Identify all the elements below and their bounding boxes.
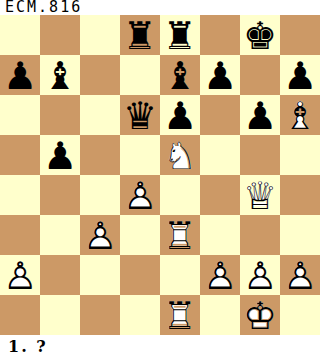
square-a3[interactable] — [0, 215, 40, 255]
piece-fill: ♝ — [160, 55, 200, 95]
piece-outline: ♕ — [240, 175, 280, 215]
white-pawn-icon[interactable]: ♟♙ — [240, 255, 280, 295]
square-c4[interactable] — [80, 175, 120, 215]
piece-outline: ♙ — [120, 175, 160, 215]
white-pawn-icon[interactable]: ♟♙ — [120, 175, 160, 215]
square-g6[interactable]: ♟ — [240, 95, 280, 135]
square-h1[interactable] — [280, 295, 320, 335]
white-pawn-icon[interactable]: ♟♙ — [80, 215, 120, 255]
black-pawn-icon[interactable]: ♟ — [240, 95, 280, 135]
square-c3[interactable]: ♟♙ — [80, 215, 120, 255]
square-e4[interactable] — [160, 175, 200, 215]
square-a4[interactable] — [0, 175, 40, 215]
square-e5[interactable]: ♞♘ — [160, 135, 200, 175]
square-e2[interactable] — [160, 255, 200, 295]
square-a6[interactable] — [0, 95, 40, 135]
square-b8[interactable] — [40, 15, 80, 55]
square-f1[interactable] — [200, 295, 240, 335]
position-title: ECM.816 — [5, 0, 82, 15]
square-d7[interactable] — [120, 55, 160, 95]
piece-outline: ♙ — [80, 215, 120, 255]
move-prompt: 1. ? — [8, 335, 48, 360]
square-e7[interactable]: ♝ — [160, 55, 200, 95]
square-d6[interactable]: ♛ — [120, 95, 160, 135]
black-rook-icon[interactable]: ♜ — [120, 15, 160, 55]
square-a2[interactable]: ♟♙ — [0, 255, 40, 295]
square-h8[interactable] — [280, 15, 320, 55]
square-g4[interactable]: ♛♕ — [240, 175, 280, 215]
square-a1[interactable] — [0, 295, 40, 335]
black-pawn-icon[interactable]: ♟ — [280, 55, 320, 95]
white-queen-icon[interactable]: ♛♕ — [240, 175, 280, 215]
black-bishop-icon[interactable]: ♝ — [40, 55, 80, 95]
square-f2[interactable]: ♟♙ — [200, 255, 240, 295]
square-h5[interactable] — [280, 135, 320, 175]
black-king-icon[interactable]: ♚ — [240, 15, 280, 55]
square-e1[interactable]: ♜♖ — [160, 295, 200, 335]
white-rook-icon[interactable]: ♜♖ — [160, 295, 200, 335]
square-a7[interactable]: ♟ — [0, 55, 40, 95]
square-b3[interactable] — [40, 215, 80, 255]
square-d5[interactable] — [120, 135, 160, 175]
square-h2[interactable]: ♟♙ — [280, 255, 320, 295]
square-c2[interactable] — [80, 255, 120, 295]
white-rook-icon[interactable]: ♜♖ — [160, 215, 200, 255]
square-d4[interactable]: ♟♙ — [120, 175, 160, 215]
square-c6[interactable] — [80, 95, 120, 135]
square-h7[interactable]: ♟ — [280, 55, 320, 95]
square-g1[interactable]: ♚♔ — [240, 295, 280, 335]
white-knight-icon[interactable]: ♞♘ — [160, 135, 200, 175]
square-f4[interactable] — [200, 175, 240, 215]
square-d2[interactable] — [120, 255, 160, 295]
square-c8[interactable] — [80, 15, 120, 55]
piece-outline: ♗ — [280, 95, 320, 135]
piece-fill: ♟ — [280, 55, 320, 95]
square-f5[interactable] — [200, 135, 240, 175]
white-pawn-icon[interactable]: ♟♙ — [0, 255, 40, 295]
white-pawn-icon[interactable]: ♟♙ — [280, 255, 320, 295]
black-rook-icon[interactable]: ♜ — [160, 15, 200, 55]
white-pawn-icon[interactable]: ♟♙ — [200, 255, 240, 295]
square-d1[interactable] — [120, 295, 160, 335]
square-b2[interactable] — [40, 255, 80, 295]
square-b4[interactable] — [40, 175, 80, 215]
piece-outline: ♙ — [280, 255, 320, 295]
piece-fill: ♟ — [240, 95, 280, 135]
piece-fill: ♟ — [0, 55, 40, 95]
square-g2[interactable]: ♟♙ — [240, 255, 280, 295]
square-c5[interactable] — [80, 135, 120, 175]
square-g3[interactable] — [240, 215, 280, 255]
piece-fill: ♛ — [120, 95, 160, 135]
square-h6[interactable]: ♝♗ — [280, 95, 320, 135]
square-b6[interactable] — [40, 95, 80, 135]
piece-outline: ♙ — [240, 255, 280, 295]
white-bishop-icon[interactable]: ♝♗ — [280, 95, 320, 135]
piece-fill: ♜ — [120, 15, 160, 55]
square-b7[interactable]: ♝ — [40, 55, 80, 95]
black-pawn-icon[interactable]: ♟ — [200, 55, 240, 95]
square-g7[interactable] — [240, 55, 280, 95]
black-queen-icon[interactable]: ♛ — [120, 95, 160, 135]
piece-outline: ♖ — [160, 295, 200, 335]
square-b5[interactable]: ♟ — [40, 135, 80, 175]
square-h3[interactable] — [280, 215, 320, 255]
square-c7[interactable] — [80, 55, 120, 95]
square-g5[interactable] — [240, 135, 280, 175]
black-bishop-icon[interactable]: ♝ — [160, 55, 200, 95]
piece-outline: ♖ — [160, 215, 200, 255]
piece-fill: ♜ — [160, 15, 200, 55]
black-pawn-icon[interactable]: ♟ — [0, 55, 40, 95]
square-f7[interactable]: ♟ — [200, 55, 240, 95]
piece-outline: ♘ — [160, 135, 200, 175]
white-king-icon[interactable]: ♚♔ — [240, 295, 280, 335]
square-d8[interactable]: ♜ — [120, 15, 160, 55]
square-h4[interactable] — [280, 175, 320, 215]
square-c1[interactable] — [80, 295, 120, 335]
square-d3[interactable] — [120, 215, 160, 255]
chess-board: ♜♜♚♟♝♝♟♟♛♟♟♝♗♟♞♘♟♙♛♕♟♙♜♖♟♙♟♙♟♙♟♙♜♖♚♔ — [0, 15, 320, 335]
piece-outline: ♙ — [0, 255, 40, 295]
square-e3[interactable]: ♜♖ — [160, 215, 200, 255]
piece-fill: ♚ — [240, 15, 280, 55]
piece-fill: ♟ — [200, 55, 240, 95]
square-b1[interactable] — [40, 295, 80, 335]
square-g8[interactable]: ♚ — [240, 15, 280, 55]
square-e6[interactable]: ♟ — [160, 95, 200, 135]
piece-fill: ♟ — [160, 95, 200, 135]
piece-fill: ♝ — [40, 55, 80, 95]
piece-outline: ♙ — [200, 255, 240, 295]
piece-fill: ♟ — [40, 135, 80, 175]
square-e8[interactable]: ♜ — [160, 15, 200, 55]
black-pawn-icon[interactable]: ♟ — [40, 135, 80, 175]
square-f3[interactable] — [200, 215, 240, 255]
square-f6[interactable] — [200, 95, 240, 135]
piece-outline: ♔ — [240, 295, 280, 335]
square-f8[interactable] — [200, 15, 240, 55]
black-pawn-icon[interactable]: ♟ — [160, 95, 200, 135]
square-a5[interactable] — [0, 135, 40, 175]
square-a8[interactable] — [0, 15, 40, 55]
